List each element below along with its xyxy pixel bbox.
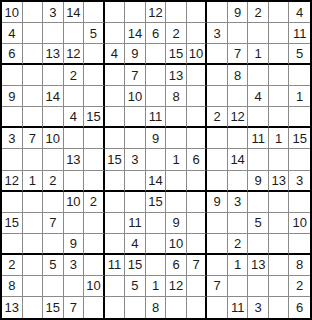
cell-r11c10[interactable] (187, 213, 208, 234)
cell-r15c1[interactable]: 13 (2, 297, 23, 318)
cell-r13c6[interactable]: 11 (105, 255, 126, 276)
cell-r9c2[interactable]: 1 (23, 171, 44, 192)
cell-r5c10[interactable] (187, 86, 208, 107)
cell-r13c9[interactable]: 6 (166, 255, 187, 276)
cell-r11c15[interactable]: 10 (289, 213, 310, 234)
cell-r4c2[interactable] (23, 65, 44, 86)
cell-r2c5[interactable]: 5 (84, 23, 105, 44)
cell-r6c4[interactable]: 4 (64, 107, 85, 128)
cell-r8c9[interactable]: 1 (166, 149, 187, 170)
cell-r14c12[interactable] (228, 276, 249, 297)
cell-r13c13[interactable]: 13 (248, 255, 269, 276)
cell-r2c11[interactable]: 3 (207, 23, 228, 44)
cell-r7c8[interactable]: 9 (146, 128, 167, 149)
cell-r1c11[interactable] (207, 2, 228, 23)
cell-r6c13[interactable] (248, 107, 269, 128)
cell-r5c4[interactable] (64, 86, 85, 107)
cell-r15c11[interactable] (207, 297, 228, 318)
cell-r4c11[interactable] (207, 65, 228, 86)
cell-r8c6[interactable]: 15 (105, 149, 126, 170)
cell-r3c9[interactable]: 15 (166, 44, 187, 65)
cell-r9c8[interactable]: 14 (146, 171, 167, 192)
cell-r8c5[interactable] (84, 149, 105, 170)
cell-r11c3[interactable]: 7 (43, 213, 64, 234)
cell-r6c6[interactable] (105, 107, 126, 128)
cell-r2c8[interactable]: 6 (146, 23, 167, 44)
cell-r2c6[interactable] (105, 23, 126, 44)
cell-r6c1[interactable] (2, 107, 23, 128)
cell-r2c10[interactable] (187, 23, 208, 44)
cell-r5c2[interactable] (23, 86, 44, 107)
cell-r15c6[interactable] (105, 297, 126, 318)
cell-r7c9[interactable] (166, 128, 187, 149)
cell-r10c11[interactable]: 9 (207, 192, 228, 213)
cell-r10c14[interactable] (269, 192, 290, 213)
cell-r3c7[interactable]: 9 (125, 44, 146, 65)
cell-r8c13[interactable] (248, 149, 269, 170)
cell-r7c7[interactable] (125, 128, 146, 149)
cell-r12c2[interactable] (23, 234, 44, 255)
cell-r8c4[interactable]: 13 (64, 149, 85, 170)
cell-r12c15[interactable] (289, 234, 310, 255)
cell-r15c12[interactable]: 11 (228, 297, 249, 318)
cell-r8c1[interactable] (2, 149, 23, 170)
cell-r11c2[interactable] (23, 213, 44, 234)
cell-r6c5[interactable]: 15 (84, 107, 105, 128)
cell-r12c4[interactable]: 9 (64, 234, 85, 255)
cell-r4c10[interactable] (187, 65, 208, 86)
cell-r4c5[interactable] (84, 65, 105, 86)
cell-r9c9[interactable] (166, 171, 187, 192)
cell-r9c1[interactable]: 12 (2, 171, 23, 192)
cell-r3c12[interactable]: 7 (228, 44, 249, 65)
cell-r12c7[interactable]: 4 (125, 234, 146, 255)
cell-r15c9[interactable] (166, 297, 187, 318)
cell-r9c13[interactable]: 9 (248, 171, 269, 192)
cell-r3c14[interactable] (269, 44, 290, 65)
cell-r8c15[interactable] (289, 149, 310, 170)
cell-r5c5[interactable] (84, 86, 105, 107)
cell-r7c1[interactable]: 3 (2, 128, 23, 149)
cell-r12c8[interactable] (146, 234, 167, 255)
cell-r6c2[interactable] (23, 107, 44, 128)
cell-r10c8[interactable]: 15 (146, 192, 167, 213)
cell-r4c7[interactable]: 7 (125, 65, 146, 86)
cell-r4c4[interactable]: 2 (64, 65, 85, 86)
cell-r11c1[interactable]: 15 (2, 213, 23, 234)
cell-r10c7[interactable] (125, 192, 146, 213)
cell-r13c15[interactable]: 8 (289, 255, 310, 276)
cell-r13c12[interactable]: 1 (228, 255, 249, 276)
cell-r11c13[interactable]: 5 (248, 213, 269, 234)
cell-r10c13[interactable] (248, 192, 269, 213)
cell-r11c9[interactable]: 9 (166, 213, 187, 234)
cell-r9c5[interactable] (84, 171, 105, 192)
cell-r3c4[interactable]: 12 (64, 44, 85, 65)
cell-r10c12[interactable]: 3 (228, 192, 249, 213)
cell-r15c3[interactable]: 15 (43, 297, 64, 318)
cell-r2c2[interactable] (23, 23, 44, 44)
cell-r8c10[interactable]: 6 (187, 149, 208, 170)
cell-r14c1[interactable]: 8 (2, 276, 23, 297)
cell-r11c7[interactable]: 11 (125, 213, 146, 234)
cell-r12c10[interactable] (187, 234, 208, 255)
cell-r7c14[interactable]: 1 (269, 128, 290, 149)
cell-r4c14[interactable] (269, 65, 290, 86)
cell-r13c2[interactable] (23, 255, 44, 276)
cell-r1c1[interactable]: 10 (2, 2, 23, 23)
cell-r3c2[interactable] (23, 44, 44, 65)
cell-r14c8[interactable]: 1 (146, 276, 167, 297)
cell-r12c3[interactable] (43, 234, 64, 255)
cell-r15c7[interactable] (125, 297, 146, 318)
cell-r14c15[interactable]: 2 (289, 276, 310, 297)
cell-r5c3[interactable]: 14 (43, 86, 64, 107)
cell-r10c10[interactable] (187, 192, 208, 213)
cell-r10c3[interactable] (43, 192, 64, 213)
cell-r7c11[interactable] (207, 128, 228, 149)
cell-r6c9[interactable] (166, 107, 187, 128)
cell-r8c2[interactable] (23, 149, 44, 170)
cell-r2c15[interactable]: 11 (289, 23, 310, 44)
cell-r3c5[interactable] (84, 44, 105, 65)
cell-r11c11[interactable] (207, 213, 228, 234)
cell-r6c11[interactable]: 2 (207, 107, 228, 128)
cell-r5c11[interactable] (207, 86, 228, 107)
cell-r7c6[interactable] (105, 128, 126, 149)
cell-r6c8[interactable]: 11 (146, 107, 167, 128)
cell-r14c13[interactable] (248, 276, 269, 297)
cell-r8c8[interactable] (146, 149, 167, 170)
cell-r15c15[interactable]: 6 (289, 297, 310, 318)
cell-r1c13[interactable]: 2 (248, 2, 269, 23)
cell-r7c2[interactable]: 7 (23, 128, 44, 149)
cell-r12c1[interactable] (2, 234, 23, 255)
cell-r7c13[interactable]: 11 (248, 128, 269, 149)
cell-r3c15[interactable]: 5 (289, 44, 310, 65)
cell-r4c1[interactable] (2, 65, 23, 86)
cell-r6c10[interactable] (187, 107, 208, 128)
cell-r14c6[interactable] (105, 276, 126, 297)
cell-r1c12[interactable]: 9 (228, 2, 249, 23)
cell-r7c3[interactable]: 10 (43, 128, 64, 149)
cell-r7c10[interactable] (187, 128, 208, 149)
cell-r13c1[interactable]: 2 (2, 255, 23, 276)
cell-r13c5[interactable] (84, 255, 105, 276)
cell-r1c2[interactable] (23, 2, 44, 23)
cell-r15c14[interactable] (269, 297, 290, 318)
cell-r7c5[interactable] (84, 128, 105, 149)
cell-r12c14[interactable] (269, 234, 290, 255)
cell-r10c15[interactable] (289, 192, 310, 213)
cell-r15c10[interactable] (187, 297, 208, 318)
cell-r2c7[interactable]: 14 (125, 23, 146, 44)
cell-r15c8[interactable]: 8 (146, 297, 167, 318)
cell-r1c3[interactable]: 3 (43, 2, 64, 23)
cell-r8c3[interactable] (43, 149, 64, 170)
cell-r13c10[interactable]: 7 (187, 255, 208, 276)
cell-r2c14[interactable] (269, 23, 290, 44)
sudoku-board: 1031412924451462311613124915107152713891… (0, 0, 312, 320)
cell-r6c3[interactable] (43, 107, 64, 128)
cell-r6c15[interactable] (289, 107, 310, 128)
cell-r2c3[interactable] (43, 23, 64, 44)
cell-r4c15[interactable] (289, 65, 310, 86)
cell-r13c7[interactable]: 15 (125, 255, 146, 276)
cell-r9c14[interactable]: 13 (269, 171, 290, 192)
cell-r1c9[interactable] (166, 2, 187, 23)
cell-r11c12[interactable] (228, 213, 249, 234)
cell-r10c1[interactable] (2, 192, 23, 213)
cell-r8c14[interactable] (269, 149, 290, 170)
cell-r14c4[interactable] (64, 276, 85, 297)
cell-r10c2[interactable] (23, 192, 44, 213)
cell-r9c6[interactable] (105, 171, 126, 192)
cell-r4c12[interactable]: 8 (228, 65, 249, 86)
cell-r12c12[interactable]: 2 (228, 234, 249, 255)
cell-r12c6[interactable] (105, 234, 126, 255)
cell-r12c11[interactable] (207, 234, 228, 255)
cell-r7c15[interactable]: 15 (289, 128, 310, 149)
cell-r12c13[interactable] (248, 234, 269, 255)
cell-r2c4[interactable] (64, 23, 85, 44)
cell-r11c8[interactable] (146, 213, 167, 234)
cell-r6c7[interactable] (125, 107, 146, 128)
cell-r15c2[interactable] (23, 297, 44, 318)
cell-r1c4[interactable]: 14 (64, 2, 85, 23)
cell-r14c3[interactable] (43, 276, 64, 297)
cell-r7c12[interactable] (228, 128, 249, 149)
cell-r13c11[interactable] (207, 255, 228, 276)
cell-r1c10[interactable] (187, 2, 208, 23)
cell-r11c14[interactable] (269, 213, 290, 234)
cell-r9c10[interactable] (187, 171, 208, 192)
cell-r3c13[interactable]: 1 (248, 44, 269, 65)
cell-r3c11[interactable] (207, 44, 228, 65)
cell-r14c9[interactable]: 12 (166, 276, 187, 297)
cell-r3c6[interactable]: 4 (105, 44, 126, 65)
cell-r10c5[interactable]: 2 (84, 192, 105, 213)
cell-r1c5[interactable] (84, 2, 105, 23)
cell-r8c12[interactable]: 14 (228, 149, 249, 170)
cell-r3c3[interactable]: 13 (43, 44, 64, 65)
cell-r3c8[interactable] (146, 44, 167, 65)
cell-r2c1[interactable]: 4 (2, 23, 23, 44)
cell-r4c8[interactable] (146, 65, 167, 86)
cell-r9c15[interactable]: 3 (289, 171, 310, 192)
cell-r4c9[interactable]: 13 (166, 65, 187, 86)
cell-r1c6[interactable] (105, 2, 126, 23)
cell-r5c9[interactable]: 8 (166, 86, 187, 107)
cell-r1c15[interactable]: 4 (289, 2, 310, 23)
cell-r2c13[interactable] (248, 23, 269, 44)
cell-r10c9[interactable] (166, 192, 187, 213)
cell-r4c3[interactable] (43, 65, 64, 86)
cell-r14c11[interactable]: 7 (207, 276, 228, 297)
cell-r6c12[interactable]: 12 (228, 107, 249, 128)
cell-r3c1[interactable]: 6 (2, 44, 23, 65)
cell-r15c5[interactable] (84, 297, 105, 318)
cell-r9c7[interactable] (125, 171, 146, 192)
cell-r8c7[interactable]: 3 (125, 149, 146, 170)
cell-r5c14[interactable] (269, 86, 290, 107)
cell-r14c14[interactable] (269, 276, 290, 297)
cell-r13c4[interactable]: 3 (64, 255, 85, 276)
cell-r1c8[interactable]: 12 (146, 2, 167, 23)
cell-r15c4[interactable]: 7 (64, 297, 85, 318)
cell-r5c13[interactable]: 4 (248, 86, 269, 107)
cell-r2c12[interactable] (228, 23, 249, 44)
cell-r9c12[interactable] (228, 171, 249, 192)
cell-r14c10[interactable] (187, 276, 208, 297)
cell-r9c3[interactable]: 2 (43, 171, 64, 192)
cell-r14c2[interactable] (23, 276, 44, 297)
cell-r5c7[interactable]: 10 (125, 86, 146, 107)
cell-r12c9[interactable]: 10 (166, 234, 187, 255)
cell-r5c1[interactable]: 9 (2, 86, 23, 107)
cell-r10c6[interactable] (105, 192, 126, 213)
cell-r11c4[interactable] (64, 213, 85, 234)
cell-r1c7[interactable] (125, 2, 146, 23)
cell-r1c14[interactable] (269, 2, 290, 23)
cell-r7c4[interactable] (64, 128, 85, 149)
cell-r4c13[interactable] (248, 65, 269, 86)
cell-r12c5[interactable] (84, 234, 105, 255)
cell-r10c4[interactable]: 10 (64, 192, 85, 213)
cell-r5c12[interactable] (228, 86, 249, 107)
cell-r13c8[interactable] (146, 255, 167, 276)
cell-r5c6[interactable] (105, 86, 126, 107)
cell-r9c4[interactable] (64, 171, 85, 192)
cell-r5c8[interactable] (146, 86, 167, 107)
cell-r13c14[interactable] (269, 255, 290, 276)
cell-r4c6[interactable] (105, 65, 126, 86)
cell-r14c5[interactable]: 10 (84, 276, 105, 297)
cell-r2c9[interactable]: 2 (166, 23, 187, 44)
cell-r11c6[interactable] (105, 213, 126, 234)
cell-r11c5[interactable] (84, 213, 105, 234)
cell-r8c11[interactable] (207, 149, 228, 170)
cell-r6c14[interactable] (269, 107, 290, 128)
cell-r9c11[interactable] (207, 171, 228, 192)
cell-r15c13[interactable]: 3 (248, 297, 269, 318)
cell-r14c7[interactable]: 5 (125, 276, 146, 297)
cell-r3c10[interactable]: 10 (187, 44, 208, 65)
cell-r13c3[interactable]: 5 (43, 255, 64, 276)
cell-r5c15[interactable]: 1 (289, 86, 310, 107)
